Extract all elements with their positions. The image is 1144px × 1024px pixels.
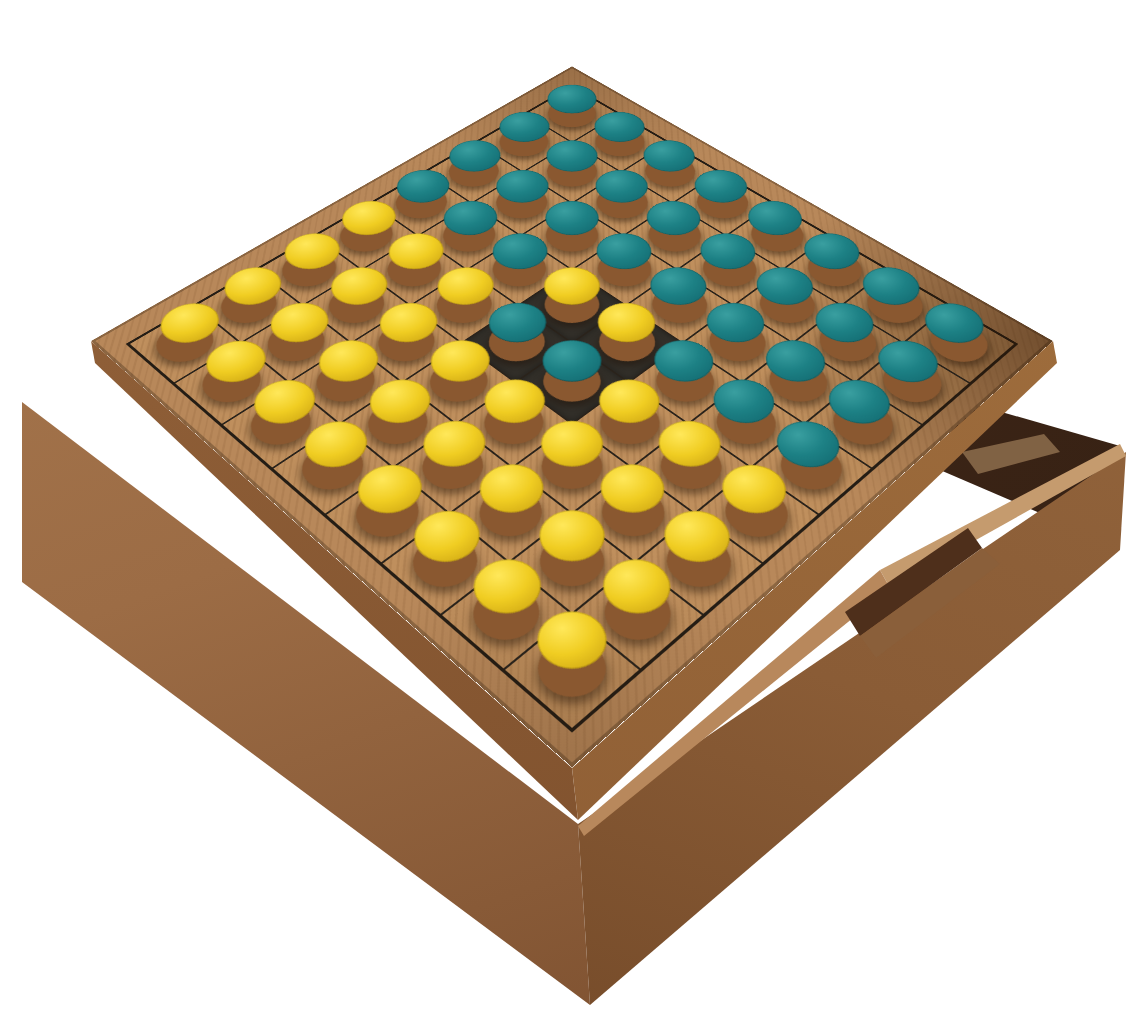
yellow-peg-r7c0[interactable]	[156, 303, 223, 342]
teal-peg-r0c6[interactable]	[860, 267, 924, 304]
teal-peg-r1c0[interactable]	[499, 112, 550, 142]
teal-peg-r0c0[interactable]	[547, 85, 596, 114]
teal-peg-r3c0[interactable]	[395, 170, 451, 203]
yellow-peg-r4c2[interactable]	[436, 267, 495, 304]
yellow-peg-r5c6[interactable]	[600, 464, 665, 512]
teal-peg-r0c2[interactable]	[643, 140, 696, 171]
teal-peg-r2c1[interactable]	[495, 170, 548, 203]
teal-peg-r2c2[interactable]	[545, 201, 599, 235]
yellow-peg-r3c3[interactable]	[544, 267, 601, 304]
teal-peg-r1c1[interactable]	[546, 140, 598, 171]
yellow-peg-r6c0[interactable]	[221, 267, 285, 304]
teal-peg-r2c0[interactable]	[448, 140, 501, 171]
yellow-peg-r6c6[interactable]	[539, 510, 605, 561]
yellow-peg-r7c6[interactable]	[472, 559, 541, 613]
teal-peg-r0c3[interactable]	[693, 170, 749, 203]
yellow-peg-r5c3[interactable]	[429, 340, 491, 381]
teal-peg-r2c3[interactable]	[596, 233, 652, 269]
teal-peg-r4c3[interactable]	[488, 303, 547, 342]
teal-peg-r0c7[interactable]	[921, 303, 988, 342]
yellow-peg-r7c7[interactable]	[537, 611, 607, 668]
teal-peg-r0c5[interactable]	[802, 233, 863, 269]
yellow-peg-r4c0[interactable]	[339, 201, 397, 235]
yellow-peg-r3c4[interactable]	[598, 303, 657, 342]
teal-peg-r1c2[interactable]	[595, 170, 648, 203]
yellow-peg-r6c4[interactable]	[421, 421, 486, 467]
teal-peg-r3c2[interactable]	[492, 233, 548, 269]
product-photo-scene	[0, 0, 1144, 1024]
yellow-peg-r6c5[interactable]	[478, 464, 543, 512]
yellow-peg-r4c5[interactable]	[599, 380, 661, 423]
teal-peg-r3c1[interactable]	[442, 201, 498, 235]
teal-peg-r0c1[interactable]	[594, 112, 645, 142]
yellow-peg-r5c4[interactable]	[483, 380, 545, 423]
teal-peg-r0c4[interactable]	[746, 201, 804, 235]
teal-peg-r4c4[interactable]	[542, 340, 602, 381]
yellow-peg-r5c5[interactable]	[541, 421, 604, 467]
yellow-peg-r5c0[interactable]	[281, 233, 342, 269]
